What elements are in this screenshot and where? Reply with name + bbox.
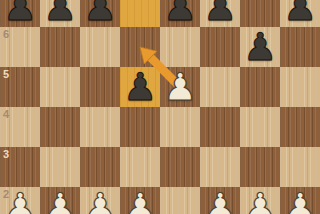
- square-f5[interactable]: [200, 67, 240, 107]
- square-f2[interactable]: ♟: [200, 187, 240, 214]
- square-c2[interactable]: ♟: [80, 187, 120, 214]
- square-c7[interactable]: ♟: [80, 0, 120, 27]
- black-pawn[interactable]: ♟: [40, 0, 80, 27]
- square-e2[interactable]: [160, 187, 200, 214]
- white-pawn[interactable]: ♟: [240, 187, 280, 214]
- square-f7[interactable]: ♟: [200, 0, 240, 27]
- square-g6[interactable]: ♟: [240, 27, 280, 67]
- white-pawn[interactable]: ♟: [280, 187, 320, 214]
- square-d6[interactable]: [120, 27, 160, 67]
- board-viewport: ♟♟♟♟♟♟6♟5♟♟432♟♟♟♟♟♟♟: [0, 0, 320, 214]
- square-g5[interactable]: [240, 67, 280, 107]
- black-pawn[interactable]: ♟: [240, 27, 280, 67]
- square-b4[interactable]: [40, 107, 80, 147]
- square-e5[interactable]: ♟: [160, 67, 200, 107]
- square-a7[interactable]: ♟: [0, 0, 40, 27]
- square-b7[interactable]: ♟: [40, 0, 80, 27]
- square-h5[interactable]: [280, 67, 320, 107]
- square-d5[interactable]: ♟: [120, 67, 160, 107]
- black-pawn[interactable]: ♟: [160, 0, 200, 27]
- white-pawn[interactable]: ♟: [120, 187, 160, 214]
- square-d2[interactable]: ♟: [120, 187, 160, 214]
- square-a5[interactable]: 5: [0, 67, 40, 107]
- square-a2[interactable]: 2♟: [0, 187, 40, 214]
- rank-label-4: 4: [3, 108, 9, 120]
- white-pawn[interactable]: ♟: [0, 187, 40, 214]
- rank-label-3: 3: [3, 148, 9, 160]
- rank-label-5: 5: [3, 68, 9, 80]
- black-pawn[interactable]: ♟: [80, 0, 120, 27]
- square-e7[interactable]: ♟: [160, 0, 200, 27]
- square-h4[interactable]: [280, 107, 320, 147]
- square-b3[interactable]: [40, 147, 80, 187]
- square-b5[interactable]: [40, 67, 80, 107]
- square-d7[interactable]: [120, 0, 160, 27]
- square-f4[interactable]: [200, 107, 240, 147]
- square-d3[interactable]: [120, 147, 160, 187]
- square-c4[interactable]: [80, 107, 120, 147]
- square-a3[interactable]: 3: [0, 147, 40, 187]
- square-c6[interactable]: [80, 27, 120, 67]
- black-pawn[interactable]: ♟: [0, 0, 40, 27]
- rank-label-6: 6: [3, 28, 9, 40]
- black-pawn[interactable]: ♟: [280, 0, 320, 27]
- square-d4[interactable]: [120, 107, 160, 147]
- square-h6[interactable]: [280, 27, 320, 67]
- square-h3[interactable]: [280, 147, 320, 187]
- white-pawn[interactable]: ♟: [160, 67, 200, 107]
- square-b6[interactable]: [40, 27, 80, 67]
- square-a6[interactable]: 6: [0, 27, 40, 67]
- chess-board[interactable]: ♟♟♟♟♟♟6♟5♟♟432♟♟♟♟♟♟♟: [0, 0, 320, 214]
- black-pawn[interactable]: ♟: [120, 67, 160, 107]
- square-g3[interactable]: [240, 147, 280, 187]
- white-pawn[interactable]: ♟: [40, 187, 80, 214]
- white-pawn[interactable]: ♟: [80, 187, 120, 214]
- square-b2[interactable]: ♟: [40, 187, 80, 214]
- square-e4[interactable]: [160, 107, 200, 147]
- square-f6[interactable]: [200, 27, 240, 67]
- square-g4[interactable]: [240, 107, 280, 147]
- square-a4[interactable]: 4: [0, 107, 40, 147]
- square-f3[interactable]: [200, 147, 240, 187]
- square-h2[interactable]: ♟: [280, 187, 320, 214]
- square-c3[interactable]: [80, 147, 120, 187]
- square-e6[interactable]: [160, 27, 200, 67]
- white-pawn[interactable]: ♟: [200, 187, 240, 214]
- square-g7[interactable]: [240, 0, 280, 27]
- square-e3[interactable]: [160, 147, 200, 187]
- square-g2[interactable]: ♟: [240, 187, 280, 214]
- square-c5[interactable]: [80, 67, 120, 107]
- square-h7[interactable]: ♟: [280, 0, 320, 27]
- black-pawn[interactable]: ♟: [200, 0, 240, 27]
